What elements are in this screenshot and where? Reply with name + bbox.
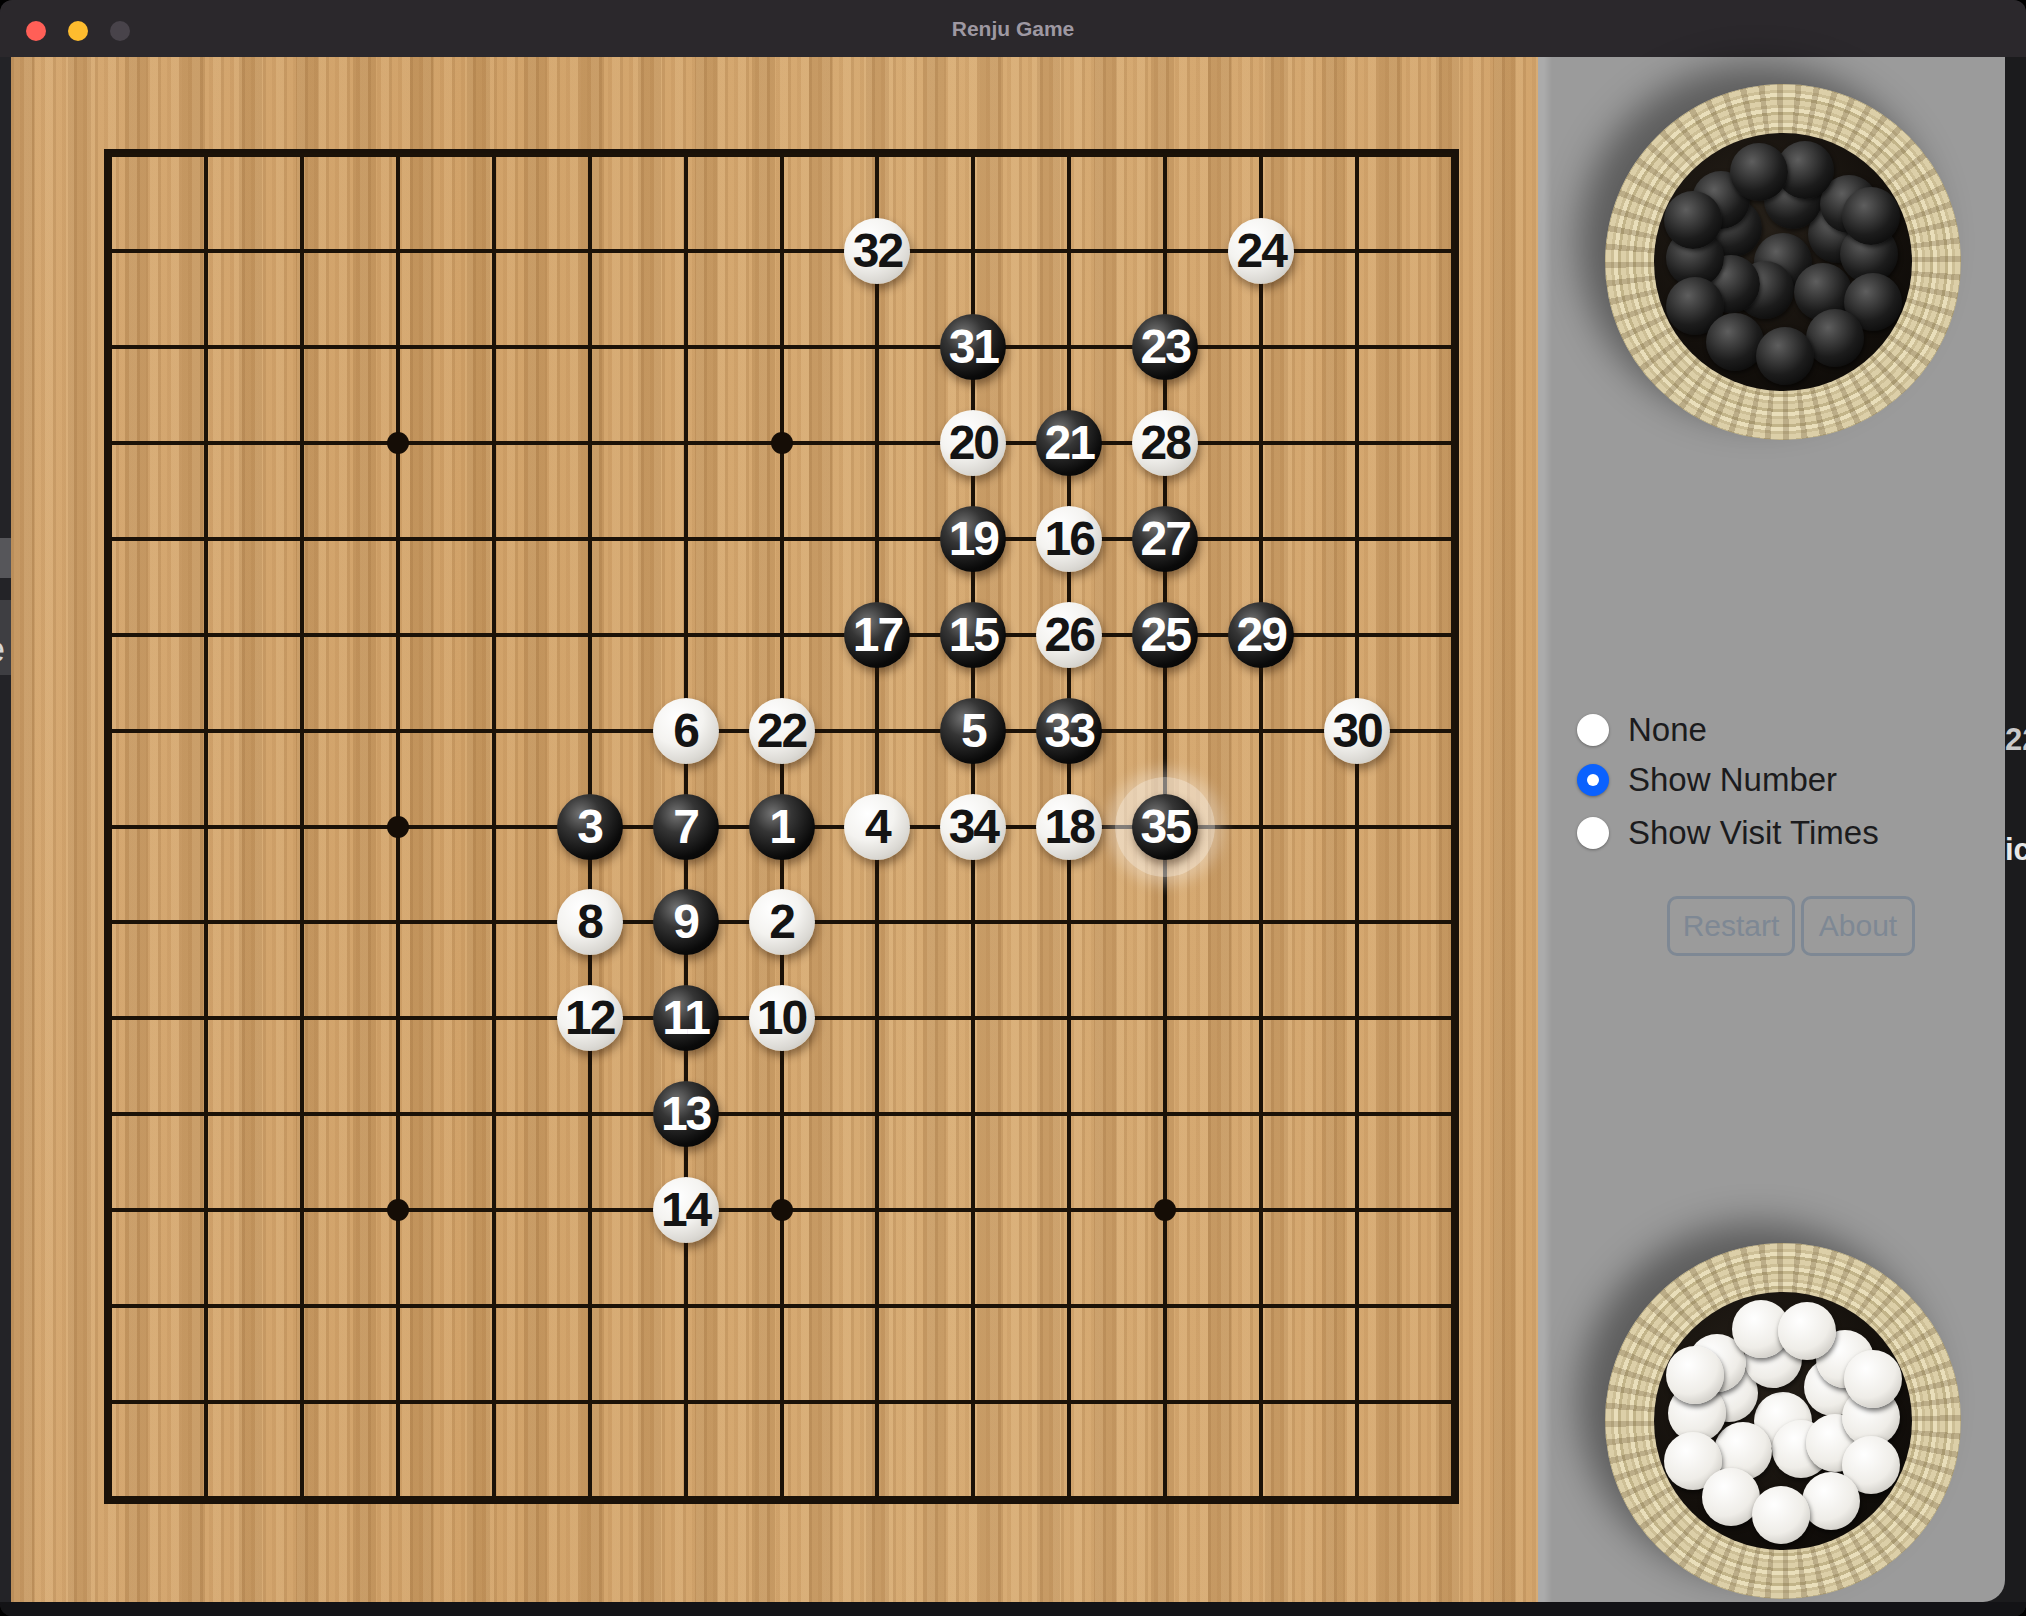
- white-stone-bowl-interior: [1654, 1292, 1912, 1550]
- stone-move-number: 16: [1045, 515, 1094, 563]
- black-bowl-stone: [1842, 187, 1900, 245]
- about-button[interactable]: About: [1801, 896, 1915, 956]
- black-stone-bowl: [1605, 84, 1961, 440]
- stone-1-black: 1: [749, 794, 815, 860]
- stone-31-black: 31: [940, 314, 1006, 380]
- title-bar: Renju Game: [0, 0, 2026, 57]
- stone-move-number: 34: [949, 803, 998, 851]
- clipped-text-fragment: 22: [2005, 722, 2026, 758]
- stone-7-black: 7: [653, 794, 719, 860]
- stone-move-number: 31: [949, 323, 998, 371]
- white-bowl-stone: [1666, 1346, 1724, 1404]
- stone-15-black: 15: [940, 602, 1006, 668]
- radio-label-show-visit-times: Show Visit Times: [1628, 814, 1879, 852]
- stone-29-black: 29: [1228, 602, 1294, 668]
- background-patch: [0, 538, 11, 578]
- stone-3-black: 3: [557, 794, 623, 860]
- clipped-text-fragment: e: [0, 629, 5, 671]
- stone-20-white: 20: [940, 410, 1006, 476]
- radio-circle-show-number[interactable]: [1577, 764, 1609, 796]
- stone-11-black: 11: [653, 985, 719, 1051]
- window-bottom-edge: [0, 1602, 2026, 1616]
- white-bowl-stone: [1802, 1472, 1860, 1530]
- stone-move-number: 19: [949, 515, 998, 563]
- star-point: [771, 432, 793, 454]
- star-point: [387, 432, 409, 454]
- restart-button[interactable]: Restart: [1667, 896, 1795, 956]
- stone-move-number: 4: [865, 803, 890, 851]
- stone-move-number: 18: [1045, 803, 1094, 851]
- stone-move-number: 25: [1141, 611, 1190, 659]
- renju-game-window: Renju Game e 22 ic 123456789101112131415…: [0, 0, 2026, 1616]
- radio-circle-none[interactable]: [1577, 714, 1609, 746]
- stone-10-white: 10: [749, 985, 815, 1051]
- stone-28-white: 28: [1132, 410, 1198, 476]
- radio-option-none[interactable]: None: [1577, 713, 1707, 747]
- black-bowl-stone: [1806, 309, 1864, 367]
- stone-move-number: 15: [949, 611, 998, 659]
- stone-move-number: 13: [661, 1090, 710, 1138]
- stone-move-number: 5: [961, 707, 986, 755]
- black-bowl-stone: [1730, 143, 1788, 201]
- stone-17-black: 17: [844, 602, 910, 668]
- white-bowl-stone: [1752, 1486, 1810, 1544]
- stone-12-white: 12: [557, 985, 623, 1051]
- stone-35-black: 35: [1132, 794, 1198, 860]
- stone-move-number: 20: [949, 419, 998, 467]
- stone-move-number: 35: [1141, 803, 1190, 851]
- stone-move-number: 9: [673, 898, 698, 946]
- star-point: [387, 816, 409, 838]
- stone-22-white: 22: [749, 698, 815, 764]
- radio-circle-show-visit-times[interactable]: [1577, 817, 1609, 849]
- black-bowl-stone: [1756, 327, 1814, 385]
- white-stone-bowl: [1605, 1243, 1961, 1599]
- stone-8-white: 8: [557, 889, 623, 955]
- radio-label-show-number: Show Number: [1628, 761, 1837, 799]
- stone-6-white: 6: [653, 698, 719, 764]
- black-stone-bowl-interior: [1654, 133, 1912, 391]
- stone-33-black: 33: [1036, 698, 1102, 764]
- stone-move-number: 8: [577, 898, 602, 946]
- stone-move-number: 12: [565, 994, 614, 1042]
- stone-19-black: 19: [940, 506, 1006, 572]
- stone-34-white: 34: [940, 794, 1006, 860]
- stone-move-number: 2: [769, 898, 794, 946]
- stone-move-number: 33: [1045, 707, 1094, 755]
- stone-16-white: 16: [1036, 506, 1102, 572]
- stone-13-black: 13: [653, 1081, 719, 1147]
- white-bowl-stone: [1778, 1302, 1836, 1360]
- star-point: [387, 1199, 409, 1221]
- white-bowl-stone: [1844, 1350, 1902, 1408]
- background-window-sliver-right: 22 ic: [2005, 57, 2026, 1616]
- stone-move-number: 23: [1141, 323, 1190, 371]
- stone-2-white: 2: [749, 889, 815, 955]
- stone-14-white: 14: [653, 1177, 719, 1243]
- radio-option-show-number[interactable]: Show Number: [1577, 763, 1837, 797]
- radio-label-none: None: [1628, 711, 1707, 749]
- stone-move-number: 21: [1045, 419, 1094, 467]
- black-bowl-stone: [1706, 313, 1764, 371]
- stone-4-white: 4: [844, 794, 910, 860]
- stone-move-number: 29: [1236, 611, 1285, 659]
- stone-move-number: 10: [757, 994, 806, 1042]
- black-bowl-stone: [1664, 191, 1722, 249]
- stone-32-white: 32: [844, 218, 910, 284]
- stone-5-black: 5: [940, 698, 1006, 764]
- stone-move-number: 3: [577, 803, 602, 851]
- stone-23-black: 23: [1132, 314, 1198, 380]
- stone-18-white: 18: [1036, 794, 1102, 860]
- star-point: [771, 1199, 793, 1221]
- window-title: Renju Game: [0, 0, 2026, 57]
- stone-27-black: 27: [1132, 506, 1198, 572]
- stone-move-number: 14: [661, 1186, 710, 1234]
- stone-move-number: 30: [1332, 707, 1381, 755]
- stone-move-number: 24: [1236, 227, 1285, 275]
- stone-move-number: 32: [853, 227, 902, 275]
- stone-25-black: 25: [1132, 602, 1198, 668]
- stone-move-number: 27: [1141, 515, 1190, 563]
- stone-move-number: 28: [1141, 419, 1190, 467]
- stone-26-white: 26: [1036, 602, 1102, 668]
- background-window-sliver-left: e: [0, 57, 11, 1602]
- stone-21-black: 21: [1036, 410, 1102, 476]
- clipped-text-fragment: ic: [2005, 832, 2026, 868]
- stone-move-number: 11: [662, 994, 709, 1042]
- stone-move-number: 26: [1045, 611, 1094, 659]
- stone-move-number: 22: [757, 707, 806, 755]
- stone-move-number: 6: [673, 707, 698, 755]
- stone-move-number: 17: [853, 611, 902, 659]
- stone-9-black: 9: [653, 889, 719, 955]
- stone-move-number: 1: [769, 803, 794, 851]
- radio-option-show-visit-times[interactable]: Show Visit Times: [1577, 816, 1879, 850]
- stone-30-white: 30: [1324, 698, 1390, 764]
- stone-move-number: 7: [673, 803, 698, 851]
- stone-24-white: 24: [1228, 218, 1294, 284]
